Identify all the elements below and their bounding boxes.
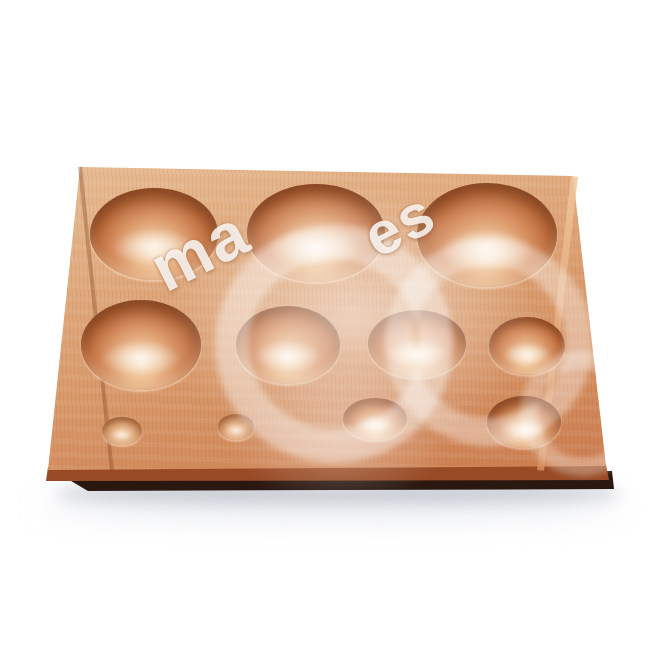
- pit-row3-col4[interactable]: [487, 396, 561, 448]
- pit-gloss-highlight: [224, 425, 248, 435]
- pit-row2-col4[interactable]: [489, 317, 565, 375]
- pit-gloss-highlight: [254, 340, 323, 371]
- pit-row3-col1[interactable]: [102, 417, 142, 445]
- pit-row2-col2[interactable]: [236, 306, 340, 384]
- pit-row2-col1[interactable]: [81, 300, 201, 390]
- pit-row1-col2[interactable]: [247, 184, 385, 282]
- pit-gloss-highlight: [270, 227, 361, 266]
- pit-gloss-highlight: [441, 229, 533, 271]
- stage: ma es: [0, 0, 650, 650]
- pit-gloss-highlight: [354, 416, 396, 433]
- pit-row1-col3[interactable]: [417, 183, 557, 287]
- pits-layer: [0, 0, 650, 650]
- pit-row2-col3[interactable]: [368, 310, 466, 378]
- pit-row3-col2[interactable]: [218, 414, 254, 440]
- pit-gloss-highlight: [101, 340, 180, 376]
- pit-row1-col1[interactable]: [90, 188, 218, 280]
- pit-gloss-highlight: [112, 228, 196, 265]
- pit-gloss-highlight: [500, 419, 549, 440]
- pit-row3-col3[interactable]: [343, 398, 407, 440]
- pit-gloss-highlight: [385, 340, 450, 367]
- pit-gloss-highlight: [109, 429, 135, 440]
- pit-gloss-highlight: [502, 343, 552, 366]
